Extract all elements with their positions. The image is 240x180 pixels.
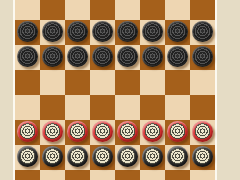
dark-piece[interactable] [117,21,138,42]
square-a8[interactable] [15,0,40,20]
square-c4[interactable] [65,95,90,120]
white-piece-dark-rim[interactable] [142,146,163,167]
white-piece-dark-rim[interactable] [92,146,113,167]
dark-piece[interactable] [167,21,188,42]
game-window [0,0,240,180]
white-piece-dark-rim[interactable] [67,146,88,167]
square-f1[interactable] [140,170,165,180]
dark-piece[interactable] [42,46,63,67]
square-d2[interactable] [90,145,115,170]
square-b5[interactable] [40,70,65,95]
dark-piece[interactable] [42,21,63,42]
dark-piece[interactable] [17,46,38,67]
square-f3[interactable] [140,120,165,145]
square-g6[interactable] [165,45,190,70]
square-d4[interactable] [90,95,115,120]
square-h7[interactable] [190,20,215,45]
square-g8[interactable] [165,0,190,20]
square-g5[interactable] [165,70,190,95]
square-a5[interactable] [15,70,40,95]
dark-piece[interactable] [167,46,188,67]
dark-piece[interactable] [92,46,113,67]
square-f7[interactable] [140,20,165,45]
square-c5[interactable] [65,70,90,95]
square-c8[interactable] [65,0,90,20]
square-c3[interactable] [65,120,90,145]
square-a7[interactable] [15,20,40,45]
square-c2[interactable] [65,145,90,170]
square-d1[interactable] [90,170,115,180]
square-h3[interactable] [190,120,215,145]
white-piece-red-rim[interactable] [67,121,88,142]
white-piece-red-rim[interactable] [42,121,63,142]
white-piece-red-rim[interactable] [142,121,163,142]
square-b1[interactable] [40,170,65,180]
square-a6[interactable] [15,45,40,70]
dark-piece[interactable] [67,46,88,67]
square-c1[interactable] [65,170,90,180]
square-b8[interactable] [40,0,65,20]
square-d5[interactable] [90,70,115,95]
dark-piece[interactable] [192,21,213,42]
square-e6[interactable] [115,45,140,70]
dark-piece[interactable] [142,21,163,42]
square-f4[interactable] [140,95,165,120]
square-e3[interactable] [115,120,140,145]
square-a3[interactable] [15,120,40,145]
board-frame [13,0,217,180]
square-b3[interactable] [40,120,65,145]
square-f8[interactable] [140,0,165,20]
white-piece-dark-rim[interactable] [192,146,213,167]
square-c7[interactable] [65,20,90,45]
square-a4[interactable] [15,95,40,120]
square-g2[interactable] [165,145,190,170]
square-e5[interactable] [115,70,140,95]
square-a1[interactable] [15,170,40,180]
square-h5[interactable] [190,70,215,95]
square-g3[interactable] [165,120,190,145]
square-e2[interactable] [115,145,140,170]
square-e8[interactable] [115,0,140,20]
square-d7[interactable] [90,20,115,45]
square-b6[interactable] [40,45,65,70]
dark-piece[interactable] [142,46,163,67]
square-e1[interactable] [115,170,140,180]
white-piece-dark-rim[interactable] [17,146,38,167]
square-e7[interactable] [115,20,140,45]
square-f6[interactable] [140,45,165,70]
white-piece-red-rim[interactable] [17,121,38,142]
square-b2[interactable] [40,145,65,170]
square-h4[interactable] [190,95,215,120]
square-d8[interactable] [90,0,115,20]
white-piece-red-rim[interactable] [192,121,213,142]
square-a2[interactable] [15,145,40,170]
dark-piece[interactable] [17,21,38,42]
square-d3[interactable] [90,120,115,145]
square-c6[interactable] [65,45,90,70]
square-h2[interactable] [190,145,215,170]
dark-piece[interactable] [192,46,213,67]
square-h6[interactable] [190,45,215,70]
square-b7[interactable] [40,20,65,45]
dark-piece[interactable] [67,21,88,42]
white-piece-dark-rim[interactable] [117,146,138,167]
square-d6[interactable] [90,45,115,70]
white-piece-dark-rim[interactable] [167,146,188,167]
white-piece-dark-rim[interactable] [42,146,63,167]
dark-piece[interactable] [92,21,113,42]
square-b4[interactable] [40,95,65,120]
square-g4[interactable] [165,95,190,120]
white-piece-red-rim[interactable] [117,121,138,142]
square-h8[interactable] [190,0,215,20]
square-g1[interactable] [165,170,190,180]
checkers-board [15,0,215,180]
white-piece-red-rim[interactable] [167,121,188,142]
white-piece-red-rim[interactable] [92,121,113,142]
square-f2[interactable] [140,145,165,170]
square-f5[interactable] [140,70,165,95]
square-e4[interactable] [115,95,140,120]
square-h1[interactable] [190,170,215,180]
square-g7[interactable] [165,20,190,45]
dark-piece[interactable] [117,46,138,67]
